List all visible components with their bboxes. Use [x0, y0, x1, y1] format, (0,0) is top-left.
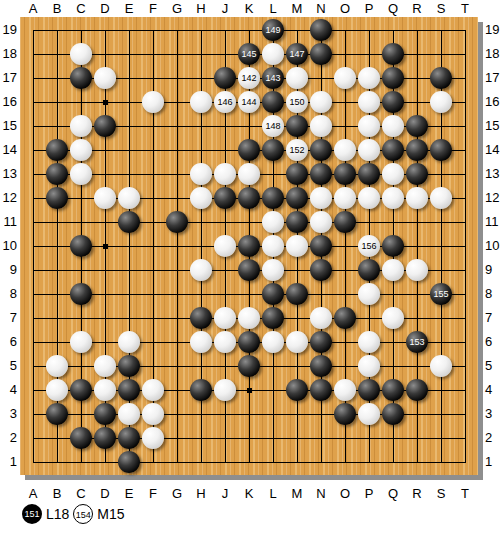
- white-stone-N15[interactable]: [310, 115, 332, 137]
- black-stone-S14[interactable]: [430, 139, 452, 161]
- coord-number-left-10: 10: [0, 238, 17, 253]
- white-stone-B4[interactable]: [46, 379, 68, 401]
- white-stone-O14[interactable]: [334, 139, 356, 161]
- black-stone-L19[interactable]: 149: [262, 19, 284, 41]
- grid-line-horizontal: [33, 294, 466, 295]
- black-stone-M18[interactable]: 147: [286, 43, 308, 65]
- coord-letter-bottom-H: H: [189, 486, 213, 501]
- coord-letter-top-E: E: [117, 1, 141, 16]
- white-stone-R12[interactable]: [406, 187, 428, 209]
- coord-number-right-13: 13: [485, 166, 500, 181]
- coord-number-right-3: 3: [485, 406, 500, 421]
- coord-letter-top-S: S: [429, 1, 453, 16]
- black-stone-K14[interactable]: [238, 139, 260, 161]
- black-stone-H4[interactable]: [190, 379, 212, 401]
- white-stone-L15[interactable]: 148: [262, 115, 284, 137]
- white-stone-Q12[interactable]: [382, 187, 404, 209]
- coord-number-left-13: 13: [0, 166, 17, 181]
- coord-letter-top-Q: Q: [381, 1, 405, 16]
- coord-letter-top-T: T: [453, 1, 477, 16]
- coord-number-right-10: 10: [485, 238, 500, 253]
- white-stone-F2[interactable]: [142, 427, 164, 449]
- coord-number-right-18: 18: [485, 46, 500, 61]
- black-stone-N9[interactable]: [310, 259, 332, 281]
- black-stone-N13[interactable]: [310, 163, 332, 185]
- white-stone-Q7[interactable]: [382, 307, 404, 329]
- star-point: [247, 388, 252, 393]
- black-stone-N14[interactable]: [310, 139, 332, 161]
- coord-letter-bottom-G: G: [165, 486, 189, 501]
- black-stone-E2[interactable]: [118, 427, 140, 449]
- coord-number-left-4: 4: [0, 382, 17, 397]
- white-stone-N7[interactable]: [310, 307, 332, 329]
- black-stone-J12[interactable]: [214, 187, 236, 209]
- coord-number-left-16: 16: [0, 94, 17, 109]
- black-stone-L12[interactable]: [262, 187, 284, 209]
- coord-letter-top-B: B: [45, 1, 69, 16]
- black-stone-M4[interactable]: [286, 379, 308, 401]
- black-stone-R4[interactable]: [406, 379, 428, 401]
- caption: 151 L18 154 M15: [22, 503, 125, 525]
- black-stone-R14[interactable]: [406, 139, 428, 161]
- white-stone-N12[interactable]: [310, 187, 332, 209]
- coord-letter-bottom-L: L: [261, 486, 285, 501]
- coord-letter-top-J: J: [213, 1, 237, 16]
- coord-number-left-14: 14: [0, 142, 17, 157]
- black-stone-H7[interactable]: [190, 307, 212, 329]
- white-stone-H12[interactable]: [190, 187, 212, 209]
- white-stone-P6[interactable]: [358, 331, 380, 353]
- white-stone-M10[interactable]: [286, 235, 308, 257]
- coord-letter-bottom-C: C: [69, 486, 93, 501]
- coord-letter-bottom-S: S: [429, 486, 453, 501]
- caption-move-154-stone: 154: [73, 504, 93, 524]
- white-stone-J10[interactable]: [214, 235, 236, 257]
- coord-letter-bottom-P: P: [357, 486, 381, 501]
- black-stone-M8[interactable]: [286, 283, 308, 305]
- coord-letter-top-A: A: [21, 1, 45, 16]
- white-stone-J6[interactable]: [214, 331, 236, 353]
- black-stone-L16[interactable]: [262, 91, 284, 113]
- white-stone-H13[interactable]: [190, 163, 212, 185]
- white-stone-L11[interactable]: [262, 211, 284, 233]
- white-stone-D4[interactable]: [94, 379, 116, 401]
- black-stone-N10[interactable]: [310, 235, 332, 257]
- white-stone-Q15[interactable]: [382, 115, 404, 137]
- black-stone-C10[interactable]: [70, 235, 92, 257]
- black-stone-L14[interactable]: [262, 139, 284, 161]
- white-stone-H16[interactable]: [190, 91, 212, 113]
- white-stone-P8[interactable]: [358, 283, 380, 305]
- coord-number-right-11: 11: [485, 214, 500, 229]
- coord-letter-bottom-M: M: [285, 486, 309, 501]
- black-stone-K6[interactable]: [238, 331, 260, 353]
- white-stone-P5[interactable]: [358, 355, 380, 377]
- white-stone-S5[interactable]: [430, 355, 452, 377]
- coord-letter-top-C: C: [69, 1, 93, 16]
- white-stone-F4[interactable]: [142, 379, 164, 401]
- black-stone-D2[interactable]: [94, 427, 116, 449]
- coord-number-left-11: 11: [0, 214, 17, 229]
- white-stone-M6[interactable]: [286, 331, 308, 353]
- white-stone-J13[interactable]: [214, 163, 236, 185]
- white-stone-R9[interactable]: [406, 259, 428, 281]
- white-stone-C13[interactable]: [70, 163, 92, 185]
- white-stone-D17[interactable]: [94, 67, 116, 89]
- white-stone-O12[interactable]: [334, 187, 356, 209]
- white-stone-C18[interactable]: [70, 43, 92, 65]
- caption-move-151-stone: 151: [22, 504, 42, 524]
- coord-letter-top-R: R: [405, 1, 429, 16]
- coord-letter-top-M: M: [285, 1, 309, 16]
- white-stone-S12[interactable]: [430, 187, 452, 209]
- caption-move-151-coord: L18: [46, 506, 69, 522]
- black-stone-L7[interactable]: [262, 307, 284, 329]
- white-stone-O17[interactable]: [334, 67, 356, 89]
- white-stone-D5[interactable]: [94, 355, 116, 377]
- white-stone-K13[interactable]: [238, 163, 260, 185]
- black-stone-B3[interactable]: [46, 403, 68, 425]
- black-stone-D15[interactable]: [94, 115, 116, 137]
- white-stone-F3[interactable]: [142, 403, 164, 425]
- white-stone-K17[interactable]: 142: [238, 67, 260, 89]
- white-stone-E6[interactable]: [118, 331, 140, 353]
- black-stone-C2[interactable]: [70, 427, 92, 449]
- white-stone-E3[interactable]: [118, 403, 140, 425]
- coord-letter-bottom-N: N: [309, 486, 333, 501]
- coord-letter-bottom-E: E: [117, 486, 141, 501]
- black-stone-K12[interactable]: [238, 187, 260, 209]
- black-stone-S17[interactable]: [430, 67, 452, 89]
- white-stone-J4[interactable]: [214, 379, 236, 401]
- black-stone-N4[interactable]: [310, 379, 332, 401]
- coord-number-right-7: 7: [485, 310, 500, 325]
- black-stone-N18[interactable]: [310, 43, 332, 65]
- black-stone-Q14[interactable]: [382, 139, 404, 161]
- coord-number-left-8: 8: [0, 286, 17, 301]
- white-stone-L6[interactable]: [262, 331, 284, 353]
- black-stone-Q16[interactable]: [382, 91, 404, 113]
- black-stone-K10[interactable]: [238, 235, 260, 257]
- black-stone-D3[interactable]: [94, 403, 116, 425]
- black-stone-E1[interactable]: [118, 451, 140, 473]
- black-stone-L17[interactable]: 143: [262, 67, 284, 89]
- black-stone-E4[interactable]: [118, 379, 140, 401]
- white-stone-C14[interactable]: [70, 139, 92, 161]
- black-stone-B13[interactable]: [46, 163, 68, 185]
- coord-number-right-4: 4: [485, 382, 500, 397]
- white-stone-H9[interactable]: [190, 259, 212, 281]
- black-stone-E11[interactable]: [118, 211, 140, 233]
- coord-letter-bottom-K: K: [237, 486, 261, 501]
- caption-move-154-coord: M15: [97, 506, 124, 522]
- coord-letter-top-K: K: [237, 1, 261, 16]
- coord-number-left-3: 3: [0, 406, 17, 421]
- coord-number-left-9: 9: [0, 262, 17, 277]
- white-stone-H6[interactable]: [190, 331, 212, 353]
- white-stone-P3[interactable]: [358, 403, 380, 425]
- black-stone-K18[interactable]: 145: [238, 43, 260, 65]
- coord-number-right-15: 15: [485, 118, 500, 133]
- white-stone-Q13[interactable]: [382, 163, 404, 185]
- grid-line-vertical: [465, 30, 466, 463]
- black-stone-R15[interactable]: [406, 115, 428, 137]
- white-stone-C15[interactable]: [70, 115, 92, 137]
- white-stone-E12[interactable]: [118, 187, 140, 209]
- white-stone-J7[interactable]: [214, 307, 236, 329]
- black-stone-S8[interactable]: 155: [430, 283, 452, 305]
- black-stone-P13[interactable]: [358, 163, 380, 185]
- black-stone-L8[interactable]: [262, 283, 284, 305]
- black-stone-E5[interactable]: [118, 355, 140, 377]
- coord-number-right-1: 1: [485, 454, 500, 469]
- coord-letter-bottom-R: R: [405, 486, 429, 501]
- white-stone-S16[interactable]: [430, 91, 452, 113]
- white-stone-N16[interactable]: [310, 91, 332, 113]
- black-stone-Q18[interactable]: [382, 43, 404, 65]
- white-stone-C6[interactable]: [70, 331, 92, 353]
- star-point: [103, 244, 108, 249]
- coord-number-right-17: 17: [485, 70, 500, 85]
- black-stone-N5[interactable]: [310, 355, 332, 377]
- black-stone-O7[interactable]: [334, 307, 356, 329]
- black-stone-P4[interactable]: [358, 379, 380, 401]
- coord-letter-bottom-J: J: [213, 486, 237, 501]
- coord-letter-bottom-Q: Q: [381, 486, 405, 501]
- black-stone-O3[interactable]: [334, 403, 356, 425]
- coord-letter-top-P: P: [357, 1, 381, 16]
- black-stone-M15[interactable]: [286, 115, 308, 137]
- black-stone-Q4[interactable]: [382, 379, 404, 401]
- coord-letter-bottom-T: T: [453, 486, 477, 501]
- coord-number-right-6: 6: [485, 334, 500, 349]
- black-stone-C8[interactable]: [70, 283, 92, 305]
- white-stone-Q9[interactable]: [382, 259, 404, 281]
- black-stone-B14[interactable]: [46, 139, 68, 161]
- white-stone-L18[interactable]: [262, 43, 284, 65]
- black-stone-K9[interactable]: [238, 259, 260, 281]
- coord-letter-top-D: D: [93, 1, 117, 16]
- coord-number-left-17: 17: [0, 70, 17, 85]
- coord-letter-bottom-O: O: [333, 486, 357, 501]
- black-stone-B12[interactable]: [46, 187, 68, 209]
- black-stone-N19[interactable]: [310, 19, 332, 41]
- coord-number-right-16: 16: [485, 94, 500, 109]
- black-stone-G11[interactable]: [166, 211, 188, 233]
- white-stone-L9[interactable]: [262, 259, 284, 281]
- coord-number-right-19: 19: [485, 22, 500, 37]
- white-stone-M16[interactable]: 150: [286, 91, 308, 113]
- white-stone-D12[interactable]: [94, 187, 116, 209]
- black-stone-J17[interactable]: [214, 67, 236, 89]
- white-stone-P12[interactable]: [358, 187, 380, 209]
- coord-number-left-1: 1: [0, 454, 17, 469]
- black-stone-Q3[interactable]: [382, 403, 404, 425]
- black-stone-M13[interactable]: [286, 163, 308, 185]
- black-stone-O13[interactable]: [334, 163, 356, 185]
- coord-number-left-6: 6: [0, 334, 17, 349]
- coord-letter-top-N: N: [309, 1, 333, 16]
- white-stone-M17[interactable]: [286, 67, 308, 89]
- black-stone-M12[interactable]: [286, 187, 308, 209]
- white-stone-P14[interactable]: [358, 139, 380, 161]
- white-stone-K7[interactable]: [238, 307, 260, 329]
- white-stone-K16[interactable]: 144: [238, 91, 260, 113]
- coord-letter-top-L: L: [261, 1, 285, 16]
- white-stone-P10[interactable]: 156: [358, 235, 380, 257]
- coord-letter-top-O: O: [333, 1, 357, 16]
- black-stone-Q17[interactable]: [382, 67, 404, 89]
- coord-number-left-12: 12: [0, 190, 17, 205]
- coord-number-left-2: 2: [0, 430, 17, 445]
- white-stone-L10[interactable]: [262, 235, 284, 257]
- black-stone-R6[interactable]: 153: [406, 331, 428, 353]
- white-stone-P17[interactable]: [358, 67, 380, 89]
- coord-number-right-2: 2: [485, 430, 500, 445]
- black-stone-O11[interactable]: [334, 211, 356, 233]
- go-board[interactable]: 149145147142143146144150148152156155153: [20, 17, 478, 475]
- white-stone-B5[interactable]: [46, 355, 68, 377]
- black-stone-P9[interactable]: [358, 259, 380, 281]
- white-stone-M14[interactable]: 152: [286, 139, 308, 161]
- white-stone-J16[interactable]: 146: [214, 91, 236, 113]
- black-stone-M11[interactable]: [286, 211, 308, 233]
- coord-letter-bottom-B: B: [45, 486, 69, 501]
- black-stone-C4[interactable]: [70, 379, 92, 401]
- coord-letter-bottom-A: A: [21, 486, 45, 501]
- coord-number-right-8: 8: [485, 286, 500, 301]
- black-stone-R13[interactable]: [406, 163, 428, 185]
- coord-letter-top-H: H: [189, 1, 213, 16]
- coord-number-right-5: 5: [485, 358, 500, 373]
- coord-number-right-9: 9: [485, 262, 500, 277]
- star-point: [103, 100, 108, 105]
- coord-letter-top-G: G: [165, 1, 189, 16]
- coord-letter-bottom-F: F: [141, 486, 165, 501]
- grid-line-horizontal: [33, 462, 466, 463]
- white-stone-N11[interactable]: [310, 211, 332, 233]
- white-stone-P16[interactable]: [358, 91, 380, 113]
- coord-number-left-5: 5: [0, 358, 17, 373]
- coord-letter-top-F: F: [141, 1, 165, 16]
- black-stone-N6[interactable]: [310, 331, 332, 353]
- coord-letter-bottom-D: D: [93, 486, 117, 501]
- white-stone-O4[interactable]: [334, 379, 356, 401]
- coord-number-left-7: 7: [0, 310, 17, 325]
- white-stone-P15[interactable]: [358, 115, 380, 137]
- coord-number-left-15: 15: [0, 118, 17, 133]
- coord-number-left-18: 18: [0, 46, 17, 61]
- coord-number-right-14: 14: [485, 142, 500, 157]
- coord-number-right-12: 12: [485, 190, 500, 205]
- black-stone-C17[interactable]: [70, 67, 92, 89]
- white-stone-F16[interactable]: [142, 91, 164, 113]
- black-stone-Q10[interactable]: [382, 235, 404, 257]
- coord-number-left-19: 19: [0, 22, 17, 37]
- black-stone-K5[interactable]: [238, 355, 260, 377]
